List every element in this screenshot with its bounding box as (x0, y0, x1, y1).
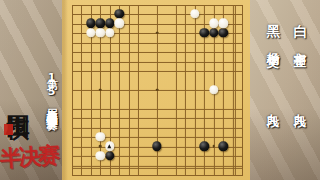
stone-black-d17 (96, 19, 105, 28)
last-move-marker-icon (108, 145, 112, 149)
stone-white-q10 (209, 85, 218, 94)
player-black-column: 黑 杨楷文 九段 (263, 0, 283, 180)
stone-white-r17 (218, 19, 227, 28)
stone-black-p4 (200, 142, 209, 151)
player-white-name: 卞相壹 (290, 42, 310, 46)
stone-black-e3 (105, 151, 114, 160)
stone-white-d5 (96, 132, 105, 141)
broadcast-frame: 围棋 半决赛 第15届春兰杯世界锦标赛半决赛 白 卞相壹 九段 黑 杨楷文 九段 (0, 0, 320, 180)
stone-white-e16 (105, 28, 114, 37)
goban-grid (72, 5, 243, 176)
star-point (156, 88, 159, 91)
stone-black-k4 (152, 142, 161, 151)
stone-black-f18 (115, 9, 124, 18)
red-seal-icon (4, 124, 13, 135)
stone-white-q17 (209, 19, 218, 28)
stone-white-c16 (86, 28, 95, 37)
star-point (156, 32, 159, 35)
stone-black-p16 (200, 28, 209, 37)
event-title: 第15届春兰杯世界锦标赛半决赛 (42, 0, 61, 180)
stone-black-r16 (218, 28, 227, 37)
player-black-rank: 九段 (263, 104, 283, 106)
stone-white-d3 (96, 151, 105, 160)
stone-black-e17 (105, 19, 114, 28)
stone-black-r4 (218, 142, 227, 151)
player-black-name: 杨楷文 (263, 42, 283, 46)
star-point (99, 88, 102, 91)
stone-white-o18 (190, 9, 199, 18)
stone-white-d16 (96, 28, 105, 37)
stone-black-q16 (209, 28, 218, 37)
star-point (99, 145, 102, 148)
left-info-panel: 围棋 半决赛 第15届春兰杯世界锦标赛半决赛 (0, 0, 62, 180)
right-players-panel: 白 卞相壹 九段 黑 杨楷文 九段 (250, 0, 320, 180)
go-board (62, 0, 250, 180)
stone-black-c17 (86, 19, 95, 28)
stone-white-f17 (115, 19, 124, 28)
star-point (212, 145, 215, 148)
stone-white-e4 (105, 142, 114, 151)
player-white-rank: 九段 (290, 104, 310, 106)
player-white-column: 白 卞相壹 九段 (290, 0, 310, 180)
